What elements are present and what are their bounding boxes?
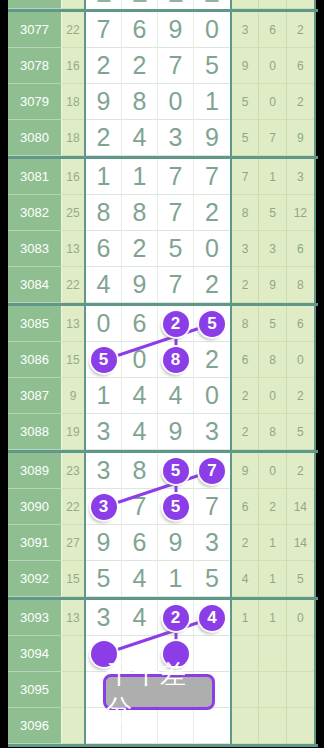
digit-cell: 4 bbox=[194, 600, 230, 636]
digit-value: 2 bbox=[205, 272, 219, 297]
stat-cell: 0 bbox=[259, 453, 286, 489]
stat-cell: 2 bbox=[287, 12, 314, 48]
digit-cells bbox=[84, 0, 232, 9]
digit-cells: 6250 bbox=[84, 231, 232, 267]
stat-cell: 8 bbox=[259, 414, 286, 450]
digit-cell: 7 bbox=[158, 159, 194, 195]
stat-cell: 8 bbox=[287, 267, 314, 303]
digit-cell: 9 bbox=[158, 414, 194, 450]
digit-cell: 9 bbox=[158, 525, 194, 561]
stat-cell: 8 bbox=[232, 306, 259, 342]
digit-cell: 5 bbox=[86, 561, 122, 597]
digit-value: 9 bbox=[97, 89, 111, 114]
sum-cell: 18 bbox=[61, 84, 84, 120]
circled-digit: 3 bbox=[91, 494, 117, 520]
digit-value: 7 bbox=[169, 53, 183, 78]
stat-cell: 12 bbox=[287, 195, 314, 231]
issue-cell: 3080 bbox=[8, 120, 61, 156]
table-row: 3080182439579 bbox=[8, 120, 318, 156]
sum-cell: 13 bbox=[61, 306, 84, 342]
issue-cell: 3081 bbox=[8, 159, 61, 195]
table-row: 3081161177713 bbox=[8, 159, 318, 195]
stat-cell bbox=[287, 0, 314, 9]
stat-cell: 0 bbox=[259, 48, 286, 84]
digit-value: 0 bbox=[205, 383, 219, 408]
stat-cells: 8512 bbox=[232, 195, 316, 231]
table-row: 3086155082680 bbox=[8, 342, 318, 378]
digit-value: 7 bbox=[133, 494, 147, 519]
digit-cell: 6 bbox=[122, 306, 158, 342]
digit-cell: 0 bbox=[194, 231, 230, 267]
stat-cell: 2 bbox=[287, 84, 314, 120]
issue-cell: 3083 bbox=[8, 231, 61, 267]
stat-cell: 8 bbox=[259, 342, 286, 378]
stat-cell: 14 bbox=[287, 525, 314, 561]
stat-cell bbox=[287, 708, 314, 744]
table-row: 3077227690362 bbox=[8, 12, 318, 48]
stat-cells: 2114 bbox=[232, 525, 316, 561]
circled-digit: 5 bbox=[199, 311, 225, 337]
digit-value: 2 bbox=[205, 200, 219, 225]
digit-cell: 4 bbox=[122, 414, 158, 450]
stat-cell: 5 bbox=[287, 414, 314, 450]
digit-cells: 7690 bbox=[84, 12, 232, 48]
sum-cell: 22 bbox=[61, 12, 84, 48]
table-row: 3085130625856 bbox=[8, 306, 318, 342]
digit-cells: 2439 bbox=[84, 120, 232, 156]
digit-value: 2 bbox=[205, 347, 219, 372]
digit-cell: 0 bbox=[158, 84, 194, 120]
stat-cells: 298 bbox=[232, 267, 316, 303]
digit-cell: 1 bbox=[86, 378, 122, 414]
digit-cell: 5 bbox=[158, 231, 194, 267]
digit-value: 0 bbox=[169, 89, 183, 114]
stat-cell: 1 bbox=[259, 159, 286, 195]
stat-cells bbox=[232, 0, 316, 9]
stat-cells: 902 bbox=[232, 453, 316, 489]
stat-cell bbox=[232, 636, 259, 672]
sum-cell bbox=[61, 0, 84, 9]
stat-cells: 713 bbox=[232, 159, 316, 195]
digit-cells: 9693 bbox=[84, 525, 232, 561]
digit-cell bbox=[86, 0, 122, 9]
digit-value: 9 bbox=[169, 530, 183, 555]
digit-cell: 8 bbox=[122, 453, 158, 489]
stat-cell: 5 bbox=[232, 84, 259, 120]
digit-cell: 2 bbox=[122, 48, 158, 84]
stat-cell: 7 bbox=[259, 120, 286, 156]
lottery-trend-chart-screen: { "game": "4-digit lottery draw trend ch… bbox=[0, 0, 324, 748]
stat-cell: 2 bbox=[232, 525, 259, 561]
stat-cell: 5 bbox=[259, 306, 286, 342]
sum-cell bbox=[61, 708, 84, 744]
digit-value: 5 bbox=[169, 236, 183, 261]
digit-cell: 3 bbox=[86, 453, 122, 489]
stat-cell bbox=[232, 672, 259, 708]
digit-cell: 5 bbox=[158, 489, 194, 525]
digit-cells: 0625 bbox=[84, 306, 232, 342]
digit-cell: 5 bbox=[158, 453, 194, 489]
circled-digit: 5 bbox=[91, 347, 117, 373]
stat-cell: 14 bbox=[287, 489, 314, 525]
stat-cells: 6214 bbox=[232, 489, 316, 525]
digit-value: 2 bbox=[133, 53, 147, 78]
digit-cell: 9 bbox=[158, 12, 194, 48]
digit-value: 9 bbox=[169, 419, 183, 444]
digit-cell: 3 bbox=[86, 600, 122, 636]
sum-cell: 16 bbox=[61, 48, 84, 84]
chart-label-text: 千十差分 bbox=[106, 657, 212, 727]
stat-cell: 3 bbox=[232, 12, 259, 48]
sum-cell: 25 bbox=[61, 195, 84, 231]
digit-value: 0 bbox=[205, 236, 219, 261]
stat-cell: 0 bbox=[287, 600, 314, 636]
digit-value: 7 bbox=[205, 494, 219, 519]
issue-cell: 3084 bbox=[8, 267, 61, 303]
table-row: 3084224972298 bbox=[8, 267, 318, 303]
sum-cell: 15 bbox=[61, 561, 84, 597]
digit-value: 8 bbox=[133, 89, 147, 114]
stat-cells: 856 bbox=[232, 306, 316, 342]
stat-cell: 3 bbox=[232, 231, 259, 267]
issue-cell: 3092 bbox=[8, 561, 61, 597]
issue-cell: 3095 bbox=[8, 672, 61, 708]
trend-table: 3077227690362307816227590630791898015023… bbox=[8, 0, 318, 747]
stat-cells bbox=[232, 672, 316, 708]
issue-cell: 3089 bbox=[8, 453, 61, 489]
digit-value: 4 bbox=[169, 383, 183, 408]
sum-cell: 22 bbox=[61, 489, 84, 525]
digit-value: 4 bbox=[133, 605, 147, 630]
digit-cell: 7 bbox=[194, 489, 230, 525]
stat-cells: 362 bbox=[232, 12, 316, 48]
table-row: 3079189801502 bbox=[8, 84, 318, 120]
digit-value: 0 bbox=[205, 17, 219, 42]
digit-value: 1 bbox=[205, 89, 219, 114]
digit-cell: 2 bbox=[194, 195, 230, 231]
digit-cell: 7 bbox=[158, 267, 194, 303]
table-row: 3093133424110 bbox=[8, 600, 318, 636]
digit-value: 9 bbox=[205, 125, 219, 150]
digit-value: 5 bbox=[205, 566, 219, 591]
digit-cell: 1 bbox=[158, 561, 194, 597]
digit-cell: 2 bbox=[86, 120, 122, 156]
stat-cell: 2 bbox=[287, 378, 314, 414]
digit-cell: 8 bbox=[122, 195, 158, 231]
stat-cell: 2 bbox=[259, 489, 286, 525]
digit-cell: 3 bbox=[194, 525, 230, 561]
digit-cell: 7 bbox=[122, 489, 158, 525]
stat-cell: 9 bbox=[232, 453, 259, 489]
stat-cell bbox=[259, 672, 286, 708]
sum-cell: 13 bbox=[61, 231, 84, 267]
stat-cell: 9 bbox=[232, 48, 259, 84]
digit-value: 1 bbox=[133, 164, 147, 189]
stat-cells bbox=[232, 636, 316, 672]
digit-cell: 6 bbox=[122, 12, 158, 48]
digit-value: 9 bbox=[169, 17, 183, 42]
digit-value: 2 bbox=[97, 53, 111, 78]
sum-cell: 18 bbox=[61, 120, 84, 156]
stat-cell bbox=[287, 672, 314, 708]
digit-value: 6 bbox=[133, 311, 147, 336]
digit-value: 7 bbox=[205, 164, 219, 189]
sum-cell: 9 bbox=[61, 378, 84, 414]
stat-cell: 5 bbox=[259, 195, 286, 231]
digit-cell: 8 bbox=[158, 342, 194, 378]
stat-cell: 0 bbox=[259, 84, 286, 120]
table-row: 308791440202 bbox=[8, 378, 318, 414]
digit-cell: 9 bbox=[122, 267, 158, 303]
digit-cell: 0 bbox=[194, 12, 230, 48]
digit-cell: 2 bbox=[158, 306, 194, 342]
issue-cell: 3087 bbox=[8, 378, 61, 414]
circled-digit: 2 bbox=[163, 311, 189, 337]
digit-cell: 2 bbox=[86, 48, 122, 84]
digit-cells: 3493 bbox=[84, 414, 232, 450]
digit-cell: 5 bbox=[86, 342, 122, 378]
digit-value: 1 bbox=[97, 383, 111, 408]
digit-cell: 7 bbox=[158, 48, 194, 84]
digit-value: 0 bbox=[133, 347, 147, 372]
digit-value: 9 bbox=[97, 530, 111, 555]
issue-cell: 3077 bbox=[8, 12, 61, 48]
digit-cell: 4 bbox=[122, 600, 158, 636]
digit-value: 5 bbox=[205, 53, 219, 78]
digit-cell: 2 bbox=[194, 267, 230, 303]
digit-cell: 3 bbox=[158, 120, 194, 156]
sum-cell: 13 bbox=[61, 600, 84, 636]
digit-cells: 3857 bbox=[84, 453, 232, 489]
digit-cells: 1177 bbox=[84, 159, 232, 195]
table-row: 3078162275906 bbox=[8, 48, 318, 84]
issue-cell: 3079 bbox=[8, 84, 61, 120]
digit-cell: 8 bbox=[122, 84, 158, 120]
digit-cell bbox=[194, 0, 230, 9]
stat-cell: 1 bbox=[259, 561, 286, 597]
stat-cells: 202 bbox=[232, 378, 316, 414]
digit-value: 0 bbox=[97, 311, 111, 336]
digit-value: 7 bbox=[97, 17, 111, 42]
stat-cell: 5 bbox=[287, 561, 314, 597]
issue-cell: 3086 bbox=[8, 342, 61, 378]
issue-cell: 3090 bbox=[8, 489, 61, 525]
partial-row bbox=[8, 0, 318, 9]
digit-cell: 3 bbox=[86, 489, 122, 525]
digit-cell: 4 bbox=[122, 561, 158, 597]
digit-cell: 7 bbox=[86, 12, 122, 48]
digit-cells: 5082 bbox=[84, 342, 232, 378]
stat-cell: 5 bbox=[232, 120, 259, 156]
stat-cell bbox=[232, 708, 259, 744]
sum-cell bbox=[61, 636, 84, 672]
digit-value: 8 bbox=[133, 200, 147, 225]
digit-value: 7 bbox=[169, 272, 183, 297]
digit-cell: 4 bbox=[86, 267, 122, 303]
digit-value: 6 bbox=[133, 530, 147, 555]
stat-cell bbox=[259, 708, 286, 744]
digit-cell: 1 bbox=[86, 159, 122, 195]
stat-cell: 2 bbox=[232, 378, 259, 414]
stat-cell: 4 bbox=[232, 561, 259, 597]
digit-value: 3 bbox=[97, 419, 111, 444]
digit-value: 1 bbox=[97, 164, 111, 189]
digit-value: 4 bbox=[97, 272, 111, 297]
digit-value: 3 bbox=[97, 458, 111, 483]
digit-cell: 3 bbox=[194, 414, 230, 450]
stat-cells: 906 bbox=[232, 48, 316, 84]
digit-value: 5 bbox=[97, 566, 111, 591]
stat-cell: 2 bbox=[287, 453, 314, 489]
digit-cell: 4 bbox=[158, 378, 194, 414]
stat-cell: 6 bbox=[287, 306, 314, 342]
stat-cells: 579 bbox=[232, 120, 316, 156]
digit-cell: 2 bbox=[194, 342, 230, 378]
issue-cell: 3078 bbox=[8, 48, 61, 84]
stat-cell bbox=[259, 636, 286, 672]
stat-cell: 6 bbox=[259, 12, 286, 48]
stat-cell: 0 bbox=[259, 378, 286, 414]
sum-cell: 15 bbox=[61, 342, 84, 378]
digit-value: 3 bbox=[97, 605, 111, 630]
table-row: 3088193493285 bbox=[8, 414, 318, 450]
stat-cell: 6 bbox=[287, 48, 314, 84]
issue-cell bbox=[8, 0, 61, 9]
stat-cell: 1 bbox=[259, 525, 286, 561]
digit-cell: 2 bbox=[158, 600, 194, 636]
digit-cell: 3 bbox=[86, 414, 122, 450]
stat-cell: 9 bbox=[287, 120, 314, 156]
digit-value: 1 bbox=[169, 566, 183, 591]
digit-cell bbox=[158, 0, 194, 9]
digit-value: 7 bbox=[169, 200, 183, 225]
sum-cell bbox=[61, 672, 84, 708]
sum-cell: 19 bbox=[61, 414, 84, 450]
digit-cell: 9 bbox=[194, 120, 230, 156]
digit-cell: 0 bbox=[194, 378, 230, 414]
stat-cell bbox=[259, 0, 286, 9]
sum-cell: 27 bbox=[61, 525, 84, 561]
digit-cell: 9 bbox=[86, 525, 122, 561]
issue-cell: 3093 bbox=[8, 600, 61, 636]
digit-value: 9 bbox=[133, 272, 147, 297]
digit-cell: 6 bbox=[86, 231, 122, 267]
digit-value: 7 bbox=[169, 164, 183, 189]
stat-cell bbox=[287, 636, 314, 672]
stat-cell: 2 bbox=[232, 414, 259, 450]
digit-value: 4 bbox=[133, 125, 147, 150]
group-separator bbox=[8, 744, 318, 747]
digit-cell: 1 bbox=[122, 159, 158, 195]
digit-cells: 1440 bbox=[84, 378, 232, 414]
table-row: 30902237576214 bbox=[8, 489, 318, 525]
stat-cell: 8 bbox=[232, 195, 259, 231]
issue-cell: 3091 bbox=[8, 525, 61, 561]
digit-cell: 0 bbox=[86, 306, 122, 342]
digit-value: 4 bbox=[133, 566, 147, 591]
circled-digit: 7 bbox=[199, 458, 225, 484]
circled-digit: 5 bbox=[163, 458, 189, 484]
digit-cell: 2 bbox=[122, 231, 158, 267]
digit-cells: 4972 bbox=[84, 267, 232, 303]
digit-cell: 1 bbox=[194, 84, 230, 120]
digit-cell: 4 bbox=[122, 120, 158, 156]
stat-cells: 680 bbox=[232, 342, 316, 378]
stat-cells: 336 bbox=[232, 231, 316, 267]
circled-digit: 4 bbox=[199, 605, 225, 631]
digit-cell: 5 bbox=[194, 561, 230, 597]
digit-cell: 4 bbox=[122, 378, 158, 414]
stat-cell: 3 bbox=[287, 159, 314, 195]
digit-value: 8 bbox=[133, 458, 147, 483]
digit-value: 2 bbox=[97, 125, 111, 150]
stat-cell: 6 bbox=[287, 231, 314, 267]
stat-cell: 6 bbox=[232, 342, 259, 378]
stat-cells: 502 bbox=[232, 84, 316, 120]
digit-cell bbox=[122, 0, 158, 9]
sum-cell: 22 bbox=[61, 267, 84, 303]
stat-cell: 2 bbox=[232, 267, 259, 303]
stat-cell: 1 bbox=[232, 600, 259, 636]
digit-value: 6 bbox=[97, 236, 111, 261]
digit-cell: 7 bbox=[158, 195, 194, 231]
digit-cell: 5 bbox=[194, 306, 230, 342]
digit-cell: 9 bbox=[86, 84, 122, 120]
stat-cells: 415 bbox=[232, 561, 316, 597]
circled-digit: 2 bbox=[163, 605, 189, 631]
digit-cells: 3757 bbox=[84, 489, 232, 525]
sum-cell: 23 bbox=[61, 453, 84, 489]
issue-cell: 3096 bbox=[8, 708, 61, 744]
digit-cells: 3424 bbox=[84, 600, 232, 636]
stat-cell: 0 bbox=[287, 342, 314, 378]
digit-cell: 8 bbox=[86, 195, 122, 231]
table-row: 30912796932114 bbox=[8, 525, 318, 561]
circled-digit: 8 bbox=[163, 347, 189, 373]
digit-value: 4 bbox=[133, 419, 147, 444]
digit-value: 2 bbox=[133, 236, 147, 261]
stat-cell: 1 bbox=[259, 600, 286, 636]
stat-cell: 9 bbox=[259, 267, 286, 303]
table-row: 30822588728512 bbox=[8, 195, 318, 231]
stat-cells: 285 bbox=[232, 414, 316, 450]
digit-cell: 7 bbox=[194, 453, 230, 489]
sum-cell: 16 bbox=[61, 159, 84, 195]
digit-value: 3 bbox=[169, 125, 183, 150]
stat-cell: 7 bbox=[232, 159, 259, 195]
table-row: 3092155415415 bbox=[8, 561, 318, 597]
table-row: 3083136250336 bbox=[8, 231, 318, 267]
digit-cell: 6 bbox=[122, 525, 158, 561]
digit-value: 8 bbox=[97, 200, 111, 225]
stat-cell: 3 bbox=[259, 231, 286, 267]
digit-cells: 5415 bbox=[84, 561, 232, 597]
digit-cell: 0 bbox=[122, 342, 158, 378]
circled-digit: 5 bbox=[163, 494, 189, 520]
digit-cells: 9801 bbox=[84, 84, 232, 120]
digit-value: 4 bbox=[133, 383, 147, 408]
stat-cell: 6 bbox=[232, 489, 259, 525]
digit-value: 3 bbox=[205, 419, 219, 444]
chart-label-badge[interactable]: 千十差分 bbox=[103, 674, 215, 710]
digit-value: 3 bbox=[205, 530, 219, 555]
issue-cell: 3082 bbox=[8, 195, 61, 231]
stat-cell bbox=[232, 0, 259, 9]
digit-cell: 7 bbox=[194, 159, 230, 195]
table-row: 3089233857902 bbox=[8, 453, 318, 489]
issue-cell: 3094 bbox=[8, 636, 61, 672]
issue-cell: 3085 bbox=[8, 306, 61, 342]
